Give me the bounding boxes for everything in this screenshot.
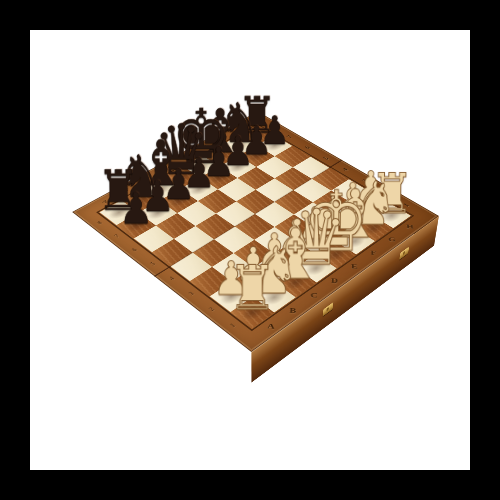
brass-clasp xyxy=(399,247,409,260)
brass-clasp xyxy=(323,302,334,316)
piece-glyph: ♜ xyxy=(228,257,277,319)
chess-board: AABBCCDDEEFFGGHH1122334455667788 ♜♞♝♛♚♝♞… xyxy=(72,111,439,352)
photo-backdrop: AABBCCDDEEFFGGHH1122334455667788 ♜♞♝♛♚♝♞… xyxy=(30,30,470,470)
scene: AABBCCDDEEFFGGHH1122334455667788 ♜♞♝♛♚♝♞… xyxy=(30,30,470,470)
product-photo: AABBCCDDEEFFGGHH1122334455667788 ♜♞♝♛♚♝♞… xyxy=(0,0,500,500)
piece-glyph: ♟ xyxy=(119,187,153,230)
